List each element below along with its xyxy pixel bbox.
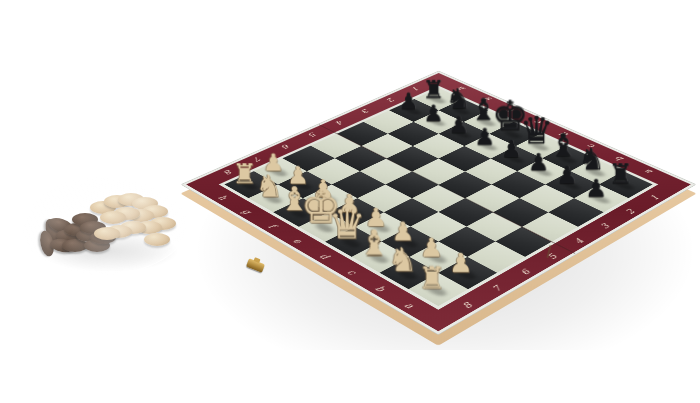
product-photo: hgfedcba hgfedcba 12345678 12345678 ♜♞♝♚… xyxy=(0,0,700,403)
black-pawn: ♟ xyxy=(577,177,616,201)
piece-cell xyxy=(466,185,520,213)
checkers-bag xyxy=(32,183,184,273)
white-rook: ♜ xyxy=(411,263,453,293)
plastic-bag-film xyxy=(22,177,188,275)
